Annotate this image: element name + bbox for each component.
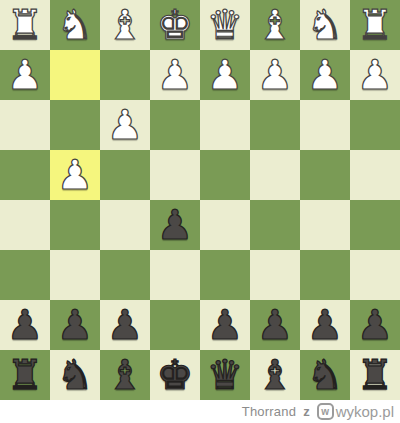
square-f1[interactable]: ♝ bbox=[100, 0, 150, 50]
black-pawn[interactable]: ♟ bbox=[207, 300, 244, 350]
black-bishop[interactable]: ♝ bbox=[257, 350, 294, 400]
square-f7[interactable]: ♟ bbox=[100, 300, 150, 350]
square-d2[interactable]: ♟ bbox=[200, 50, 250, 100]
watermark-separator: z bbox=[303, 404, 310, 419]
square-h6[interactable] bbox=[0, 250, 50, 300]
square-b7[interactable]: ♟ bbox=[300, 300, 350, 350]
square-a7[interactable]: ♟ bbox=[350, 300, 400, 350]
square-d4[interactable] bbox=[200, 150, 250, 200]
square-e1[interactable]: ♚ bbox=[150, 0, 200, 50]
square-f3[interactable]: ♟ bbox=[100, 100, 150, 150]
square-e2[interactable]: ♟ bbox=[150, 50, 200, 100]
square-a8[interactable]: ♜ bbox=[350, 350, 400, 400]
wykop-logo-icon: w bbox=[317, 403, 334, 420]
white-pawn[interactable]: ♟ bbox=[307, 50, 344, 100]
white-knight[interactable]: ♞ bbox=[57, 0, 94, 50]
square-b1[interactable]: ♞ bbox=[300, 0, 350, 50]
square-g1[interactable]: ♞ bbox=[50, 0, 100, 50]
square-g4[interactable]: ♟ bbox=[50, 150, 100, 200]
square-g7[interactable]: ♟ bbox=[50, 300, 100, 350]
square-b4[interactable] bbox=[300, 150, 350, 200]
white-king[interactable]: ♚ bbox=[157, 0, 194, 50]
black-rook[interactable]: ♜ bbox=[357, 350, 394, 400]
square-g2[interactable] bbox=[50, 50, 100, 100]
square-d5[interactable] bbox=[200, 200, 250, 250]
square-a3[interactable] bbox=[350, 100, 400, 150]
black-pawn[interactable]: ♟ bbox=[157, 200, 194, 250]
wykop-branding: w wykop.pl bbox=[317, 403, 394, 420]
square-h3[interactable] bbox=[0, 100, 50, 150]
square-e8[interactable]: ♚ bbox=[150, 350, 200, 400]
square-f8[interactable]: ♝ bbox=[100, 350, 150, 400]
black-queen[interactable]: ♛ bbox=[207, 350, 244, 400]
square-h1[interactable]: ♜ bbox=[0, 0, 50, 50]
square-b5[interactable] bbox=[300, 200, 350, 250]
square-b2[interactable]: ♟ bbox=[300, 50, 350, 100]
white-pawn[interactable]: ♟ bbox=[257, 50, 294, 100]
square-a1[interactable]: ♜ bbox=[350, 0, 400, 50]
white-pawn[interactable]: ♟ bbox=[107, 100, 144, 150]
white-rook[interactable]: ♜ bbox=[7, 0, 44, 50]
white-pawn[interactable]: ♟ bbox=[57, 150, 94, 200]
square-f6[interactable] bbox=[100, 250, 150, 300]
square-e5[interactable]: ♟ bbox=[150, 200, 200, 250]
white-queen[interactable]: ♛ bbox=[207, 0, 244, 50]
square-a2[interactable]: ♟ bbox=[350, 50, 400, 100]
square-e4[interactable] bbox=[150, 150, 200, 200]
square-g8[interactable]: ♞ bbox=[50, 350, 100, 400]
square-f4[interactable] bbox=[100, 150, 150, 200]
square-h4[interactable] bbox=[0, 150, 50, 200]
white-pawn[interactable]: ♟ bbox=[357, 50, 394, 100]
white-rook[interactable]: ♜ bbox=[357, 0, 394, 50]
watermark-bar: Thorrand z w wykop.pl bbox=[0, 400, 400, 423]
square-f2[interactable] bbox=[100, 50, 150, 100]
black-pawn[interactable]: ♟ bbox=[57, 300, 94, 350]
chess-board: ♜♞♝♚♛♝♞♜♟♟♟♟♟♟♟♟♟♟♟♟♟♟♟♟♜♞♝♚♛♝♞♜ bbox=[0, 0, 400, 400]
watermark-username: Thorrand bbox=[242, 404, 296, 419]
square-e7[interactable] bbox=[150, 300, 200, 350]
white-pawn[interactable]: ♟ bbox=[7, 50, 44, 100]
square-e6[interactable] bbox=[150, 250, 200, 300]
square-h5[interactable] bbox=[0, 200, 50, 250]
black-bishop[interactable]: ♝ bbox=[107, 350, 144, 400]
square-d8[interactable]: ♛ bbox=[200, 350, 250, 400]
black-king[interactable]: ♚ bbox=[157, 350, 194, 400]
black-knight[interactable]: ♞ bbox=[307, 350, 344, 400]
square-h2[interactable]: ♟ bbox=[0, 50, 50, 100]
square-h7[interactable]: ♟ bbox=[0, 300, 50, 350]
square-c3[interactable] bbox=[250, 100, 300, 150]
wykop-site-label: wykop.pl bbox=[336, 403, 394, 420]
screenshot-stage: ♜♞♝♚♛♝♞♜♟♟♟♟♟♟♟♟♟♟♟♟♟♟♟♟♜♞♝♚♛♝♞♜ Thorran… bbox=[0, 0, 400, 423]
square-b8[interactable]: ♞ bbox=[300, 350, 350, 400]
square-c7[interactable]: ♟ bbox=[250, 300, 300, 350]
black-pawn[interactable]: ♟ bbox=[7, 300, 44, 350]
square-e3[interactable] bbox=[150, 100, 200, 150]
square-b3[interactable] bbox=[300, 100, 350, 150]
square-c6[interactable] bbox=[250, 250, 300, 300]
black-rook[interactable]: ♜ bbox=[7, 350, 44, 400]
square-g6[interactable] bbox=[50, 250, 100, 300]
square-c1[interactable]: ♝ bbox=[250, 0, 300, 50]
square-a4[interactable] bbox=[350, 150, 400, 200]
square-b6[interactable] bbox=[300, 250, 350, 300]
square-d3[interactable] bbox=[200, 100, 250, 150]
square-d1[interactable]: ♛ bbox=[200, 0, 250, 50]
white-pawn[interactable]: ♟ bbox=[157, 50, 194, 100]
white-bishop[interactable]: ♝ bbox=[107, 0, 144, 50]
square-a5[interactable] bbox=[350, 200, 400, 250]
black-pawn[interactable]: ♟ bbox=[257, 300, 294, 350]
square-g3[interactable] bbox=[50, 100, 100, 150]
black-knight[interactable]: ♞ bbox=[57, 350, 94, 400]
square-h8[interactable]: ♜ bbox=[0, 350, 50, 400]
square-d7[interactable]: ♟ bbox=[200, 300, 250, 350]
square-c2[interactable]: ♟ bbox=[250, 50, 300, 100]
square-a6[interactable] bbox=[350, 250, 400, 300]
square-g5[interactable] bbox=[50, 200, 100, 250]
black-pawn[interactable]: ♟ bbox=[357, 300, 394, 350]
square-c5[interactable] bbox=[250, 200, 300, 250]
square-f5[interactable] bbox=[100, 200, 150, 250]
square-c8[interactable]: ♝ bbox=[250, 350, 300, 400]
black-pawn[interactable]: ♟ bbox=[107, 300, 144, 350]
black-pawn[interactable]: ♟ bbox=[307, 300, 344, 350]
white-knight[interactable]: ♞ bbox=[307, 0, 344, 50]
white-bishop[interactable]: ♝ bbox=[257, 0, 294, 50]
square-d6[interactable] bbox=[200, 250, 250, 300]
square-c4[interactable] bbox=[250, 150, 300, 200]
white-pawn[interactable]: ♟ bbox=[207, 50, 244, 100]
